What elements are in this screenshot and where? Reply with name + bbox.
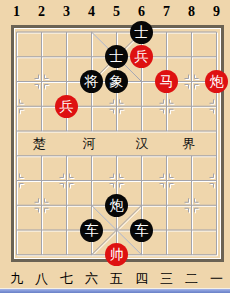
piece-black-advisor[interactable]: 士 <box>105 45 128 68</box>
edge-blue-line <box>0 289 230 293</box>
piece-grid[interactable]: 士士兵将象马炮兵炮车车帅 <box>4 20 229 268</box>
piece-black-general[interactable]: 将 <box>80 70 103 93</box>
xiangqi-board: 123456789 楚河汉界 士士兵将象马炮兵炮车车帅 九八七六五四三二一 <box>0 0 230 293</box>
piece-red-soldier[interactable]: 兵 <box>55 95 78 118</box>
piece-red-soldier[interactable]: 兵 <box>130 45 153 68</box>
piece-black-advisor[interactable]: 士 <box>130 21 153 44</box>
piece-black-cannon[interactable]: 炮 <box>105 194 128 217</box>
piece-black-chariot[interactable]: 车 <box>130 219 153 242</box>
piece-red-general[interactable]: 帅 <box>105 243 128 266</box>
piece-red-cannon[interactable]: 炮 <box>205 70 228 93</box>
piece-black-chariot[interactable]: 车 <box>80 219 103 242</box>
piece-black-elephant[interactable]: 象 <box>105 70 128 93</box>
window-bottom-edge <box>0 288 230 293</box>
piece-red-horse[interactable]: 马 <box>155 70 178 93</box>
